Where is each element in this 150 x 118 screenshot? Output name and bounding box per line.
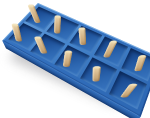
- peg-piece-body: [78, 27, 86, 45]
- peg-piece-body: [34, 36, 48, 54]
- peg-piece-body: [54, 15, 61, 34]
- peg[interactable]: [91, 66, 102, 81]
- peg-piece-body: [92, 66, 101, 81]
- peg-piece-body: [28, 4, 42, 23]
- peg[interactable]: [132, 55, 148, 71]
- peg[interactable]: [10, 24, 23, 42]
- photo-stage: [0, 0, 150, 118]
- peg[interactable]: [63, 51, 71, 67]
- peg[interactable]: [121, 84, 137, 98]
- peg-piece-body: [103, 40, 118, 57]
- peg[interactable]: [29, 4, 39, 23]
- scale-wrapper: [38, 3, 39, 4]
- peg[interactable]: [79, 27, 87, 45]
- peg-piece-body: [134, 55, 147, 71]
- peg-piece-body: [119, 84, 138, 98]
- peg[interactable]: [53, 15, 61, 33]
- peg-piece-body: [63, 50, 73, 67]
- perspective-scene: [38, 3, 150, 68]
- peg[interactable]: [104, 40, 115, 57]
- pit-r1c5[interactable]: [121, 48, 150, 81]
- peg[interactable]: [35, 37, 46, 54]
- peg-piece-body: [11, 24, 22, 42]
